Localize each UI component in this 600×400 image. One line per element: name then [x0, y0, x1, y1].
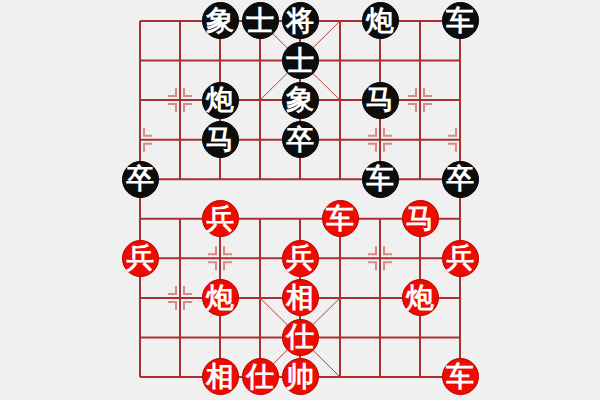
piece-red-soldier[interactable]: 兵 [202, 200, 239, 237]
piece-black-chariot[interactable]: 车 [442, 2, 479, 39]
piece-layer[interactable]: 象士将炮车士炮象马马卒卒车卒兵车马兵兵兵炮相炮仕相仕帅车 [120, 1, 480, 397]
piece-red-advisor[interactable]: 仕 [282, 319, 319, 356]
board-point-4-7: 相 [280, 278, 320, 318]
board-point-6-0: 炮 [360, 1, 400, 41]
board-point-8-4: 卒 [440, 159, 480, 199]
piece-black-chariot[interactable]: 车 [362, 161, 399, 198]
piece-black-soldier[interactable]: 卒 [122, 161, 159, 198]
board-point-5-5: 车 [320, 199, 360, 239]
piece-red-chariot[interactable]: 车 [322, 200, 359, 237]
board-point-0-6: 兵 [120, 238, 160, 278]
board-point-4-0: 将 [280, 1, 320, 41]
piece-red-cannon[interactable]: 炮 [202, 279, 239, 316]
board-point-4-6: 兵 [280, 238, 320, 278]
xiangqi-board: 象士将炮车士炮象马马卒卒车卒兵车马兵兵兵炮相炮仕相仕帅车 [0, 0, 600, 400]
board-point-2-5: 兵 [200, 199, 240, 239]
piece-red-advisor[interactable]: 仕 [242, 358, 279, 395]
board-point-4-1: 士 [280, 41, 320, 81]
piece-red-elephant[interactable]: 相 [282, 279, 319, 316]
board-point-4-8: 仕 [280, 318, 320, 358]
piece-black-cannon[interactable]: 炮 [362, 2, 399, 39]
board-point-0-4: 卒 [120, 159, 160, 199]
board-point-8-6: 兵 [440, 238, 480, 278]
board-point-3-9: 仕 [240, 357, 280, 397]
piece-red-general[interactable]: 帅 [282, 358, 319, 395]
piece-black-elephant[interactable]: 象 [282, 82, 319, 119]
board-point-3-0: 士 [240, 1, 280, 41]
piece-black-advisor[interactable]: 士 [242, 2, 279, 39]
board-point-2-2: 炮 [200, 80, 240, 120]
piece-black-soldier[interactable]: 卒 [442, 161, 479, 198]
piece-red-horse[interactable]: 马 [402, 200, 439, 237]
piece-black-cannon[interactable]: 炮 [202, 82, 239, 119]
piece-red-cannon[interactable]: 炮 [402, 279, 439, 316]
board-point-2-9: 相 [200, 357, 240, 397]
board-point-4-3: 卒 [280, 120, 320, 160]
piece-black-general[interactable]: 将 [282, 2, 319, 39]
board-point-2-7: 炮 [200, 278, 240, 318]
board-point-4-2: 象 [280, 80, 320, 120]
piece-red-elephant[interactable]: 相 [202, 358, 239, 395]
board-point-8-0: 车 [440, 1, 480, 41]
board-point-2-3: 马 [200, 120, 240, 160]
piece-red-chariot[interactable]: 车 [442, 358, 479, 395]
board-point-4-9: 帅 [280, 357, 320, 397]
piece-black-soldier[interactable]: 卒 [282, 121, 319, 158]
piece-red-soldier[interactable]: 兵 [122, 240, 159, 277]
piece-red-soldier[interactable]: 兵 [282, 240, 319, 277]
piece-black-advisor[interactable]: 士 [282, 42, 319, 79]
piece-red-soldier[interactable]: 兵 [442, 240, 479, 277]
board-point-8-9: 车 [440, 357, 480, 397]
board-point-6-4: 车 [360, 159, 400, 199]
board-point-6-2: 马 [360, 80, 400, 120]
piece-black-horse[interactable]: 马 [362, 82, 399, 119]
board-point-7-7: 炮 [400, 278, 440, 318]
board-point-2-0: 象 [200, 1, 240, 41]
piece-black-elephant[interactable]: 象 [202, 2, 239, 39]
piece-black-horse[interactable]: 马 [202, 121, 239, 158]
board-point-7-5: 马 [400, 199, 440, 239]
